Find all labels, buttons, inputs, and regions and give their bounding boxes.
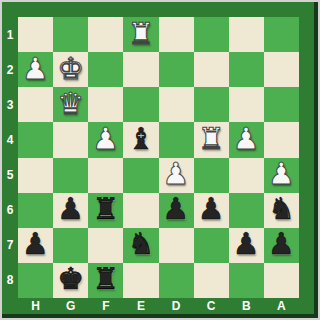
file-label-c: C [194, 298, 229, 314]
square-g8: ♚ [53, 263, 88, 298]
square-d8 [159, 263, 194, 298]
square-f6: ♜ [88, 193, 123, 228]
square-d4 [159, 122, 194, 157]
square-c4: ♜ [194, 122, 229, 157]
square-a6: ♞ [264, 193, 299, 228]
black-pawn: ♟ [163, 194, 190, 224]
square-h6 [18, 193, 53, 228]
square-a8 [264, 263, 299, 298]
square-f5 [88, 158, 123, 193]
square-h8 [18, 263, 53, 298]
white-pawn: ♟ [233, 124, 260, 154]
square-e2 [123, 52, 158, 87]
black-king: ♚ [57, 264, 84, 294]
rank-label-5: 5 [2, 158, 18, 193]
black-rook: ♜ [92, 264, 119, 294]
square-a7: ♟ [264, 228, 299, 263]
square-d5: ♟ [159, 158, 194, 193]
white-king: ♚ [57, 54, 84, 84]
square-h3 [18, 87, 53, 122]
file-label-b: B [229, 298, 264, 314]
square-g4 [53, 122, 88, 157]
black-pawn: ♟ [233, 229, 260, 259]
square-e8 [123, 263, 158, 298]
square-g5 [53, 158, 88, 193]
square-d2 [159, 52, 194, 87]
rank-label-1: 1 [2, 17, 18, 52]
rank-label-8: 8 [2, 263, 18, 298]
square-a5: ♟ [264, 158, 299, 193]
white-pawn: ♟ [163, 159, 190, 189]
square-b4: ♟ [229, 122, 264, 157]
square-a1 [264, 17, 299, 52]
black-knight: ♞ [268, 194, 295, 224]
rank-label-4: 4 [2, 122, 18, 157]
square-h2: ♟ [18, 52, 53, 87]
square-c7 [194, 228, 229, 263]
square-b3 [229, 87, 264, 122]
square-a4 [264, 122, 299, 157]
file-label-h: H [18, 298, 53, 314]
white-pawn: ♟ [22, 54, 49, 84]
square-c3 [194, 87, 229, 122]
square-h7: ♟ [18, 228, 53, 263]
square-c1 [194, 17, 229, 52]
square-e3 [123, 87, 158, 122]
file-label-a: A [264, 298, 299, 314]
square-c2 [194, 52, 229, 87]
rank-label-7: 7 [2, 228, 18, 263]
square-a2 [264, 52, 299, 87]
white-pawn: ♟ [268, 159, 295, 189]
rank-label-3: 3 [2, 87, 18, 122]
rank-labels: 12345678 [2, 17, 18, 298]
black-bishop: ♝ [127, 124, 154, 154]
square-f3 [88, 87, 123, 122]
white-queen: ♛ [57, 89, 84, 119]
chess-diagram-image: 12345678 ♜♟♚♛♟♝♜♟♟♟♟♜♟♟♞♟♞♟♟♚♜ HGFEDCBA [0, 0, 320, 320]
rank-label-6: 6 [2, 193, 18, 228]
file-label-d: D [159, 298, 194, 314]
file-label-f: F [88, 298, 123, 314]
black-pawn: ♟ [57, 194, 84, 224]
file-label-e: E [123, 298, 158, 314]
square-e1: ♜ [123, 17, 158, 52]
black-pawn: ♟ [198, 194, 225, 224]
square-b1 [229, 17, 264, 52]
white-rook: ♜ [198, 124, 225, 154]
square-d3 [159, 87, 194, 122]
square-g7 [53, 228, 88, 263]
square-e6 [123, 193, 158, 228]
square-c6: ♟ [194, 193, 229, 228]
square-b6 [229, 193, 264, 228]
black-pawn: ♟ [22, 229, 49, 259]
square-f8: ♜ [88, 263, 123, 298]
square-h4 [18, 122, 53, 157]
black-rook: ♜ [92, 194, 119, 224]
square-g2: ♚ [53, 52, 88, 87]
square-g3: ♛ [53, 87, 88, 122]
square-d7 [159, 228, 194, 263]
square-e4: ♝ [123, 122, 158, 157]
file-labels: HGFEDCBA [18, 298, 299, 314]
square-e7: ♞ [123, 228, 158, 263]
rank-label-2: 2 [2, 52, 18, 87]
square-c8 [194, 263, 229, 298]
square-d6: ♟ [159, 193, 194, 228]
square-d1 [159, 17, 194, 52]
square-h5 [18, 158, 53, 193]
file-label-g: G [53, 298, 88, 314]
square-f2 [88, 52, 123, 87]
square-b5 [229, 158, 264, 193]
white-pawn: ♟ [92, 124, 119, 154]
square-h1 [18, 17, 53, 52]
black-knight: ♞ [127, 229, 154, 259]
square-b2 [229, 52, 264, 87]
square-f1 [88, 17, 123, 52]
chess-board: ♜♟♚♛♟♝♜♟♟♟♟♜♟♟♞♟♞♟♟♚♜ [18, 17, 299, 298]
black-pawn: ♟ [268, 229, 295, 259]
square-a3 [264, 87, 299, 122]
board-frame: 12345678 ♜♟♚♛♟♝♜♟♟♟♟♜♟♟♞♟♞♟♟♚♜ HGFEDCBA [2, 2, 318, 318]
square-b8 [229, 263, 264, 298]
square-c5 [194, 158, 229, 193]
square-b7: ♟ [229, 228, 264, 263]
white-rook: ♜ [127, 19, 154, 49]
square-f4: ♟ [88, 122, 123, 157]
square-f7 [88, 228, 123, 263]
square-e5 [123, 158, 158, 193]
square-g6: ♟ [53, 193, 88, 228]
square-g1 [53, 17, 88, 52]
